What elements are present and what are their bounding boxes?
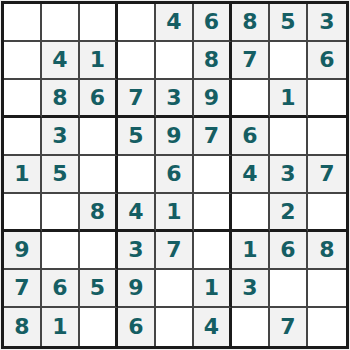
cell-r4c8[interactable] xyxy=(270,118,308,156)
cell-r4c5: 9 xyxy=(156,118,194,156)
cell-r5c4[interactable] xyxy=(118,156,156,194)
cell-r5c2: 5 xyxy=(42,156,80,194)
cell-r8c1: 7 xyxy=(4,270,42,308)
cell-r3c2: 8 xyxy=(42,80,80,118)
cell-r1c3[interactable] xyxy=(80,4,118,42)
cell-r7c3[interactable] xyxy=(80,232,118,270)
cell-r8c8[interactable] xyxy=(270,270,308,308)
cell-r7c5: 7 xyxy=(156,232,194,270)
cell-r7c7: 1 xyxy=(232,232,270,270)
cell-r4c9[interactable] xyxy=(308,118,346,156)
cell-r8c5[interactable] xyxy=(156,270,194,308)
cell-r6c8: 2 xyxy=(270,194,308,232)
cell-r2c3: 1 xyxy=(80,42,118,80)
cell-r7c8: 6 xyxy=(270,232,308,270)
cell-r2c2: 4 xyxy=(42,42,80,80)
cell-r4c3[interactable] xyxy=(80,118,118,156)
cell-r5c3[interactable] xyxy=(80,156,118,194)
cell-r8c6: 1 xyxy=(194,270,232,308)
cell-r2c8[interactable] xyxy=(270,42,308,80)
cell-r7c2[interactable] xyxy=(42,232,80,270)
cell-r8c7: 3 xyxy=(232,270,270,308)
cell-r1c5: 4 xyxy=(156,4,194,42)
cell-r6c4: 4 xyxy=(118,194,156,232)
cell-r6c2[interactable] xyxy=(42,194,80,232)
cell-r5c8: 3 xyxy=(270,156,308,194)
cell-r9c9[interactable] xyxy=(308,308,346,346)
cell-r6c1[interactable] xyxy=(4,194,42,232)
cell-r9c5[interactable] xyxy=(156,308,194,346)
cell-r8c2: 6 xyxy=(42,270,80,308)
cell-r3c1[interactable] xyxy=(4,80,42,118)
cell-r9c7[interactable] xyxy=(232,308,270,346)
cell-r9c4: 6 xyxy=(118,308,156,346)
cell-r2c1[interactable] xyxy=(4,42,42,80)
cell-r9c2: 1 xyxy=(42,308,80,346)
sudoku-board: 4685341876867391359761564378412937168765… xyxy=(1,1,349,349)
cell-r3c3: 6 xyxy=(80,80,118,118)
cell-r3c4: 7 xyxy=(118,80,156,118)
cell-r7c1: 9 xyxy=(4,232,42,270)
cell-r5c5: 6 xyxy=(156,156,194,194)
cell-r1c2[interactable] xyxy=(42,4,80,42)
cell-r7c9: 8 xyxy=(308,232,346,270)
cell-r6c6[interactable] xyxy=(194,194,232,232)
cell-r6c3: 8 xyxy=(80,194,118,232)
cell-r5c7: 4 xyxy=(232,156,270,194)
cell-r1c4[interactable] xyxy=(118,4,156,42)
cell-r3c6: 9 xyxy=(194,80,232,118)
cell-r7c6[interactable] xyxy=(194,232,232,270)
cell-r4c4: 5 xyxy=(118,118,156,156)
cell-r2c6: 8 xyxy=(194,42,232,80)
cell-r5c9: 7 xyxy=(308,156,346,194)
cell-r6c9[interactable] xyxy=(308,194,346,232)
cell-r9c1: 8 xyxy=(4,308,42,346)
cell-r8c9[interactable] xyxy=(308,270,346,308)
cell-r4c6: 7 xyxy=(194,118,232,156)
cell-r2c9: 6 xyxy=(308,42,346,80)
cell-r1c1[interactable] xyxy=(4,4,42,42)
cell-r1c6: 6 xyxy=(194,4,232,42)
page: 4685341876867391359761564378412937168765… xyxy=(0,0,350,350)
cell-r8c3: 5 xyxy=(80,270,118,308)
cell-r1c7: 8 xyxy=(232,4,270,42)
cell-r9c8: 7 xyxy=(270,308,308,346)
cell-r1c8: 5 xyxy=(270,4,308,42)
cell-r8c4: 9 xyxy=(118,270,156,308)
cell-r3c9[interactable] xyxy=(308,80,346,118)
cell-r4c7: 6 xyxy=(232,118,270,156)
cell-r5c1: 1 xyxy=(4,156,42,194)
cell-r2c7: 7 xyxy=(232,42,270,80)
cell-r9c3[interactable] xyxy=(80,308,118,346)
cell-r3c7[interactable] xyxy=(232,80,270,118)
cell-r9c6: 4 xyxy=(194,308,232,346)
cell-r2c5[interactable] xyxy=(156,42,194,80)
cell-r6c7[interactable] xyxy=(232,194,270,232)
cell-r3c5: 3 xyxy=(156,80,194,118)
cell-r5c6[interactable] xyxy=(194,156,232,194)
cell-r3c8: 1 xyxy=(270,80,308,118)
cell-r1c9: 3 xyxy=(308,4,346,42)
cell-r2c4[interactable] xyxy=(118,42,156,80)
cell-r4c1[interactable] xyxy=(4,118,42,156)
cell-r7c4: 3 xyxy=(118,232,156,270)
cell-r4c2: 3 xyxy=(42,118,80,156)
cell-r6c5: 1 xyxy=(156,194,194,232)
